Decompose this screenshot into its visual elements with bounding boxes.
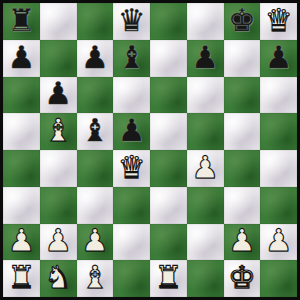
square-b3[interactable]: [40, 187, 77, 224]
square-a5[interactable]: [3, 113, 40, 150]
square-g6[interactable]: [224, 77, 261, 114]
white-king[interactable]: ♚: [228, 262, 256, 293]
square-e6[interactable]: [150, 77, 187, 114]
square-g2[interactable]: ♟: [224, 224, 261, 261]
square-d5[interactable]: ♟: [113, 113, 150, 150]
white-queen[interactable]: ♛: [118, 152, 146, 183]
square-e5[interactable]: [150, 113, 187, 150]
square-a8[interactable]: ♜: [3, 3, 40, 40]
white-queen[interactable]: ♛: [265, 5, 293, 36]
square-e1[interactable]: ♜: [150, 260, 187, 297]
square-e3[interactable]: [150, 187, 187, 224]
black-pawn[interactable]: ♟: [118, 115, 146, 146]
square-a7[interactable]: ♟: [3, 40, 40, 77]
white-rook[interactable]: ♜: [7, 262, 35, 293]
square-d4[interactable]: ♛: [113, 150, 150, 187]
black-pawn[interactable]: ♟: [44, 78, 72, 109]
black-queen[interactable]: ♛: [118, 5, 146, 36]
square-e4[interactable]: [150, 150, 187, 187]
square-g5[interactable]: [224, 113, 261, 150]
square-b1[interactable]: ♞: [40, 260, 77, 297]
square-e8[interactable]: [150, 3, 187, 40]
square-c7[interactable]: ♟: [77, 40, 114, 77]
square-d3[interactable]: [113, 187, 150, 224]
square-c3[interactable]: [77, 187, 114, 224]
black-king[interactable]: ♚: [228, 5, 256, 36]
square-e7[interactable]: [150, 40, 187, 77]
white-pawn[interactable]: ♟: [265, 225, 293, 256]
square-g1[interactable]: ♚: [224, 260, 261, 297]
black-bishop[interactable]: ♝: [118, 42, 146, 73]
square-d8[interactable]: ♛: [113, 3, 150, 40]
square-f5[interactable]: [187, 113, 224, 150]
square-c6[interactable]: [77, 77, 114, 114]
square-b4[interactable]: [40, 150, 77, 187]
white-pawn[interactable]: ♟: [44, 225, 72, 256]
square-f3[interactable]: [187, 187, 224, 224]
square-c8[interactable]: [77, 3, 114, 40]
black-bishop[interactable]: ♝: [81, 115, 109, 146]
square-h8[interactable]: ♛: [260, 3, 297, 40]
square-g3[interactable]: [224, 187, 261, 224]
square-a4[interactable]: [3, 150, 40, 187]
white-pawn[interactable]: ♟: [228, 225, 256, 256]
square-h3[interactable]: [260, 187, 297, 224]
square-d6[interactable]: [113, 77, 150, 114]
black-pawn[interactable]: ♟: [191, 42, 219, 73]
square-c1[interactable]: ♝: [77, 260, 114, 297]
black-pawn[interactable]: ♟: [7, 42, 35, 73]
white-bishop[interactable]: ♝: [81, 262, 109, 293]
square-b5[interactable]: ♝: [40, 113, 77, 150]
square-a6[interactable]: [3, 77, 40, 114]
white-pawn[interactable]: ♟: [81, 225, 109, 256]
square-f7[interactable]: ♟: [187, 40, 224, 77]
square-d7[interactable]: ♝: [113, 40, 150, 77]
white-pawn[interactable]: ♟: [7, 225, 35, 256]
square-h4[interactable]: [260, 150, 297, 187]
black-pawn[interactable]: ♟: [265, 42, 293, 73]
square-h5[interactable]: [260, 113, 297, 150]
square-a1[interactable]: ♜: [3, 260, 40, 297]
square-c5[interactable]: ♝: [77, 113, 114, 150]
square-h7[interactable]: ♟: [260, 40, 297, 77]
square-g4[interactable]: [224, 150, 261, 187]
square-a2[interactable]: ♟: [3, 224, 40, 261]
chessboard: ♜♛♚♛♟♟♝♟♟♟♝♝♟♛♟♟♟♟♟♟♜♞♝♜♚: [0, 0, 300, 300]
square-f4[interactable]: ♟: [187, 150, 224, 187]
square-a3[interactable]: [3, 187, 40, 224]
square-f1[interactable]: [187, 260, 224, 297]
white-pawn[interactable]: ♟: [191, 152, 219, 183]
white-bishop[interactable]: ♝: [44, 115, 72, 146]
square-b2[interactable]: ♟: [40, 224, 77, 261]
square-c4[interactable]: [77, 150, 114, 187]
square-g8[interactable]: ♚: [224, 3, 261, 40]
white-rook[interactable]: ♜: [154, 262, 182, 293]
square-f2[interactable]: [187, 224, 224, 261]
square-b7[interactable]: [40, 40, 77, 77]
square-d2[interactable]: [113, 224, 150, 261]
white-knight[interactable]: ♞: [44, 262, 72, 293]
square-e2[interactable]: [150, 224, 187, 261]
black-pawn[interactable]: ♟: [81, 42, 109, 73]
square-c2[interactable]: ♟: [77, 224, 114, 261]
square-h2[interactable]: ♟: [260, 224, 297, 261]
square-f8[interactable]: [187, 3, 224, 40]
square-h1[interactable]: [260, 260, 297, 297]
square-f6[interactable]: [187, 77, 224, 114]
square-b8[interactable]: [40, 3, 77, 40]
square-b6[interactable]: ♟: [40, 77, 77, 114]
square-d1[interactable]: [113, 260, 150, 297]
square-g7[interactable]: [224, 40, 261, 77]
black-rook[interactable]: ♜: [7, 5, 35, 36]
square-h6[interactable]: [260, 77, 297, 114]
